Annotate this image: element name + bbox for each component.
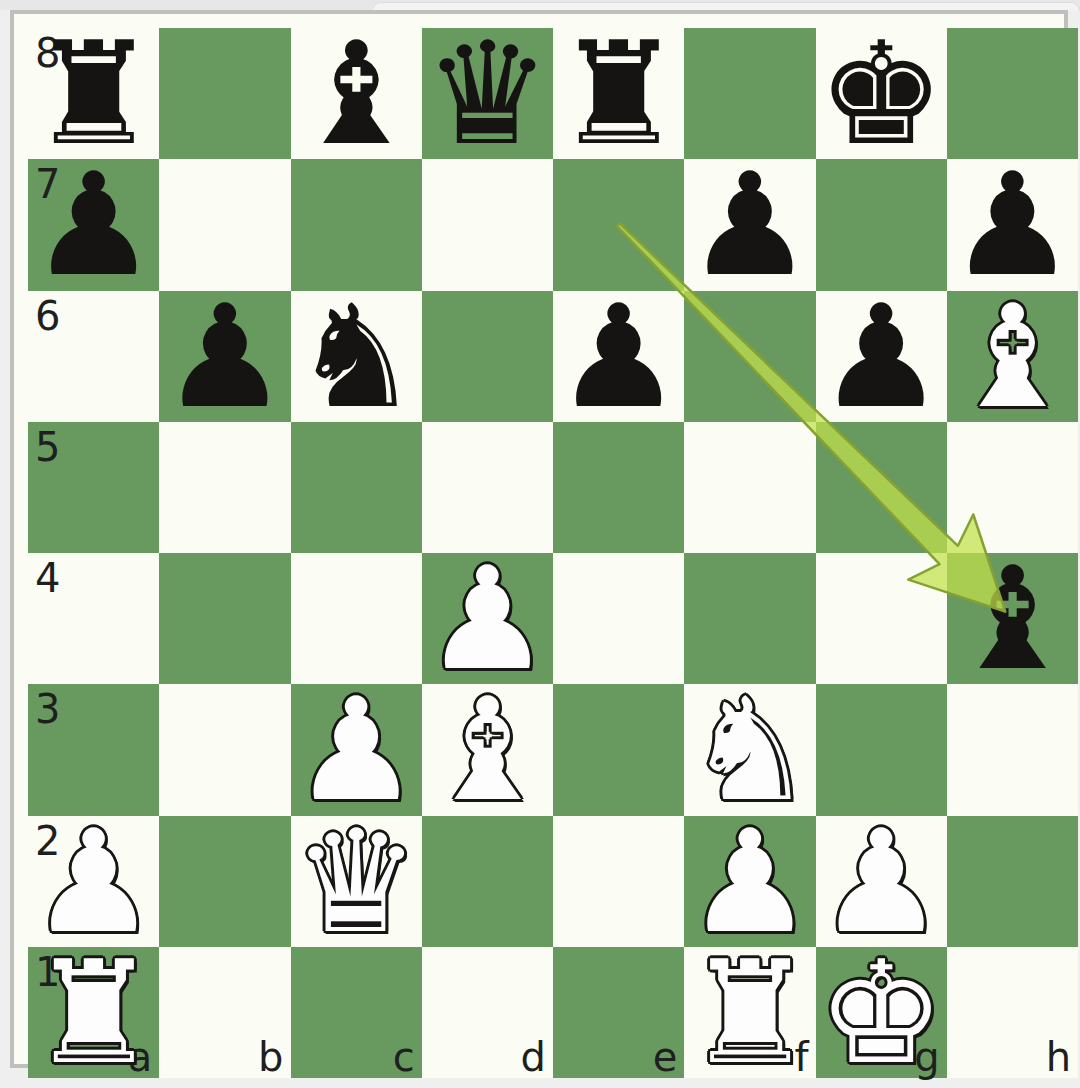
square-h7[interactable]: ♟ xyxy=(947,159,1078,290)
square-g7[interactable] xyxy=(816,159,947,290)
square-a3[interactable]: 3 xyxy=(28,684,159,815)
square-e8[interactable]: ♜ xyxy=(553,28,684,159)
square-f6[interactable] xyxy=(684,291,815,422)
rank-label-4: 4 xyxy=(35,558,60,598)
square-d5[interactable] xyxy=(422,422,553,553)
piece-white-bishop[interactable]: ♝ xyxy=(947,291,1078,422)
file-label-e: e xyxy=(653,1037,678,1077)
square-e5[interactable] xyxy=(553,422,684,553)
piece-white-rook[interactable]: ♜ xyxy=(684,947,815,1078)
piece-white-rook[interactable]: ♜ xyxy=(28,947,159,1078)
square-b3[interactable] xyxy=(159,684,290,815)
piece-white-pawn[interactable]: ♟ xyxy=(684,816,815,947)
square-f4[interactable] xyxy=(684,553,815,684)
square-g1[interactable]: g♚ xyxy=(816,947,947,1078)
file-label-h: h xyxy=(1046,1037,1071,1077)
square-g4[interactable] xyxy=(816,553,947,684)
square-h4[interactable]: ♝ xyxy=(947,553,1078,684)
piece-white-king[interactable]: ♚ xyxy=(816,947,947,1078)
square-c4[interactable] xyxy=(291,553,422,684)
square-c2[interactable]: ♛ xyxy=(291,816,422,947)
square-a5[interactable]: 5 xyxy=(28,422,159,553)
square-d3[interactable]: ♝ xyxy=(422,684,553,815)
square-d4[interactable]: ♟ xyxy=(422,553,553,684)
piece-white-pawn[interactable]: ♟ xyxy=(816,816,947,947)
square-b1[interactable]: b xyxy=(159,947,290,1078)
file-label-c: c xyxy=(393,1037,415,1077)
square-a7[interactable]: 7♟ xyxy=(28,159,159,290)
square-f3[interactable]: ♞ xyxy=(684,684,815,815)
square-c1[interactable]: c xyxy=(291,947,422,1078)
chess-board[interactable]: 8♜♝♛♜♚7♟♟♟6♟♞♟♟♝54♟♝3♟♝♞2♟♛♟♟1a♜bcdef♜g♚… xyxy=(28,28,1078,1078)
square-a2[interactable]: 2♟ xyxy=(28,816,159,947)
square-d7[interactable] xyxy=(422,159,553,290)
piece-white-knight[interactable]: ♞ xyxy=(684,684,815,815)
square-e6[interactable]: ♟ xyxy=(553,291,684,422)
rank-label-5: 5 xyxy=(35,427,60,467)
square-d1[interactable]: d xyxy=(422,947,553,1078)
square-a8[interactable]: 8♜ xyxy=(28,28,159,159)
square-c5[interactable] xyxy=(291,422,422,553)
square-e7[interactable] xyxy=(553,159,684,290)
file-label-d: d xyxy=(521,1037,546,1077)
piece-black-bishop[interactable]: ♝ xyxy=(291,28,422,159)
square-a6[interactable]: 6 xyxy=(28,291,159,422)
piece-white-bishop[interactable]: ♝ xyxy=(422,684,553,815)
piece-white-queen[interactable]: ♛ xyxy=(291,816,422,947)
square-b4[interactable] xyxy=(159,553,290,684)
top-divider xyxy=(0,0,1080,10)
square-a4[interactable]: 4 xyxy=(28,553,159,684)
square-b7[interactable] xyxy=(159,159,290,290)
square-d2[interactable] xyxy=(422,816,553,947)
piece-black-pawn[interactable]: ♟ xyxy=(28,159,159,290)
square-e3[interactable] xyxy=(553,684,684,815)
chess-board-frame: 8♜♝♛♜♚7♟♟♟6♟♞♟♟♝54♟♝3♟♝♞2♟♛♟♟1a♜bcdef♜g♚… xyxy=(10,10,1068,1068)
square-h8[interactable] xyxy=(947,28,1078,159)
square-g2[interactable]: ♟ xyxy=(816,816,947,947)
square-g5[interactable] xyxy=(816,422,947,553)
piece-black-rook[interactable]: ♜ xyxy=(553,28,684,159)
rank-label-3: 3 xyxy=(35,689,60,729)
square-a1[interactable]: 1a♜ xyxy=(28,947,159,1078)
square-c7[interactable] xyxy=(291,159,422,290)
square-e4[interactable] xyxy=(553,553,684,684)
piece-black-pawn[interactable]: ♟ xyxy=(684,159,815,290)
square-f8[interactable] xyxy=(684,28,815,159)
piece-black-knight[interactable]: ♞ xyxy=(291,291,422,422)
piece-black-pawn[interactable]: ♟ xyxy=(553,291,684,422)
square-b2[interactable] xyxy=(159,816,290,947)
piece-black-king[interactable]: ♚ xyxy=(816,28,947,159)
piece-black-queen[interactable]: ♛ xyxy=(422,28,553,159)
square-h2[interactable] xyxy=(947,816,1078,947)
piece-white-pawn[interactable]: ♟ xyxy=(28,816,159,947)
piece-white-pawn[interactable]: ♟ xyxy=(422,553,553,684)
square-c8[interactable]: ♝ xyxy=(291,28,422,159)
square-h3[interactable] xyxy=(947,684,1078,815)
piece-black-pawn[interactable]: ♟ xyxy=(159,291,290,422)
square-e2[interactable] xyxy=(553,816,684,947)
piece-white-pawn[interactable]: ♟ xyxy=(291,684,422,815)
square-f1[interactable]: f♜ xyxy=(684,947,815,1078)
square-e1[interactable]: e xyxy=(553,947,684,1078)
piece-black-rook[interactable]: ♜ xyxy=(28,28,159,159)
square-g6[interactable]: ♟ xyxy=(816,291,947,422)
square-b8[interactable] xyxy=(159,28,290,159)
square-f2[interactable]: ♟ xyxy=(684,816,815,947)
square-b6[interactable]: ♟ xyxy=(159,291,290,422)
piece-black-bishop[interactable]: ♝ xyxy=(947,553,1078,684)
square-h5[interactable] xyxy=(947,422,1078,553)
square-c6[interactable]: ♞ xyxy=(291,291,422,422)
square-d8[interactable]: ♛ xyxy=(422,28,553,159)
square-g8[interactable]: ♚ xyxy=(816,28,947,159)
square-f7[interactable]: ♟ xyxy=(684,159,815,290)
piece-black-pawn[interactable]: ♟ xyxy=(947,159,1078,290)
rank-label-6: 6 xyxy=(35,296,60,336)
file-label-b: b xyxy=(258,1037,283,1077)
square-f5[interactable] xyxy=(684,422,815,553)
piece-black-pawn[interactable]: ♟ xyxy=(816,291,947,422)
square-h1[interactable]: h xyxy=(947,947,1078,1078)
square-d6[interactable] xyxy=(422,291,553,422)
square-h6[interactable]: ♝ xyxy=(947,291,1078,422)
square-c3[interactable]: ♟ xyxy=(291,684,422,815)
square-g3[interactable] xyxy=(816,684,947,815)
square-b5[interactable] xyxy=(159,422,290,553)
